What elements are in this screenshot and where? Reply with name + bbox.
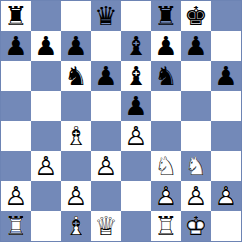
square-g1[interactable]: ♚♔: [181, 211, 211, 241]
piece-white-pawn[interactable]: ♟♙: [61, 181, 91, 211]
piece-white-pawn[interactable]: ♟♙: [181, 181, 211, 211]
square-c3[interactable]: [61, 151, 91, 181]
piece-white-pawn[interactable]: ♟♙: [31, 151, 61, 181]
square-e1[interactable]: [121, 211, 151, 241]
piece-white-pawn[interactable]: ♟♙: [1, 181, 31, 211]
square-d8[interactable]: ♛: [91, 1, 121, 31]
piece-black-pawn[interactable]: ♟: [31, 31, 61, 61]
square-h5[interactable]: [211, 91, 241, 121]
piece-outline-layer: ♖: [151, 211, 181, 241]
piece-outline-layer: ♕: [91, 211, 121, 241]
square-e3[interactable]: [121, 151, 151, 181]
square-e8[interactable]: [121, 1, 151, 31]
square-d6[interactable]: ♟: [91, 61, 121, 91]
square-d3[interactable]: ♟♙: [91, 151, 121, 181]
square-f5[interactable]: [151, 91, 181, 121]
square-b6[interactable]: [31, 61, 61, 91]
square-f2[interactable]: ♟♙: [151, 181, 181, 211]
piece-black-pawn[interactable]: ♟: [181, 31, 211, 61]
square-a6[interactable]: [1, 61, 31, 91]
piece-white-pawn[interactable]: ♟♙: [211, 181, 241, 211]
square-h7[interactable]: [211, 31, 241, 61]
square-b7[interactable]: ♟: [31, 31, 61, 61]
piece-outline-layer: ♙: [1, 181, 31, 211]
piece-white-queen[interactable]: ♛♕: [91, 211, 121, 241]
square-c2[interactable]: ♟♙: [61, 181, 91, 211]
square-h3[interactable]: [211, 151, 241, 181]
piece-outline-layer: ♖: [1, 211, 31, 241]
square-a1[interactable]: ♜♖: [1, 211, 31, 241]
square-d7[interactable]: [91, 31, 121, 61]
square-f7[interactable]: ♟: [151, 31, 181, 61]
square-e5[interactable]: ♟: [121, 91, 151, 121]
piece-black-queen[interactable]: ♛: [91, 1, 121, 31]
piece-white-pawn[interactable]: ♟♙: [151, 181, 181, 211]
square-g3[interactable]: ♞♘: [181, 151, 211, 181]
piece-black-knight[interactable]: ♞: [61, 61, 91, 91]
piece-outline-layer: ♙: [181, 181, 211, 211]
piece-outline-layer: ♗: [61, 211, 91, 241]
square-g5[interactable]: [181, 91, 211, 121]
square-g8[interactable]: ♚: [181, 1, 211, 31]
square-h8[interactable]: [211, 1, 241, 31]
piece-white-rook[interactable]: ♜♖: [151, 211, 181, 241]
square-g6[interactable]: [181, 61, 211, 91]
piece-outline-layer: ♙: [31, 151, 61, 181]
piece-outline-layer: ♙: [61, 181, 91, 211]
square-g7[interactable]: ♟: [181, 31, 211, 61]
piece-black-king[interactable]: ♚: [181, 1, 211, 31]
square-c7[interactable]: ♟: [61, 31, 91, 61]
piece-white-knight[interactable]: ♞♘: [151, 151, 181, 181]
piece-white-rook[interactable]: ♜♖: [1, 211, 31, 241]
square-b4[interactable]: [31, 121, 61, 151]
square-f6[interactable]: ♞: [151, 61, 181, 91]
square-d5[interactable]: [91, 91, 121, 121]
piece-black-bishop[interactable]: ♝: [121, 61, 151, 91]
piece-outline-layer: ♘: [151, 151, 181, 181]
square-c5[interactable]: [61, 91, 91, 121]
square-c8[interactable]: [61, 1, 91, 31]
piece-outline-layer: ♗: [61, 121, 91, 151]
piece-white-king[interactable]: ♚♔: [181, 211, 211, 241]
square-c4[interactable]: ♝♗: [61, 121, 91, 151]
piece-white-bishop[interactable]: ♝♗: [61, 211, 91, 241]
square-h4[interactable]: [211, 121, 241, 151]
square-a8[interactable]: ♜: [1, 1, 31, 31]
piece-black-rook[interactable]: ♜: [1, 1, 31, 31]
square-a3[interactable]: [1, 151, 31, 181]
square-b8[interactable]: [31, 1, 61, 31]
piece-white-pawn[interactable]: ♟♙: [121, 121, 151, 151]
square-d1[interactable]: ♛♕: [91, 211, 121, 241]
piece-black-pawn[interactable]: ♟: [61, 31, 91, 61]
piece-outline-layer: ♘: [181, 151, 211, 181]
square-a5[interactable]: [1, 91, 31, 121]
piece-black-pawn[interactable]: ♟: [121, 91, 151, 121]
piece-black-pawn[interactable]: ♟: [91, 61, 121, 91]
square-b5[interactable]: [31, 91, 61, 121]
square-h2[interactable]: ♟♙: [211, 181, 241, 211]
square-d4[interactable]: [91, 121, 121, 151]
square-f4[interactable]: [151, 121, 181, 151]
piece-black-pawn[interactable]: ♟: [211, 61, 241, 91]
square-e2[interactable]: [121, 181, 151, 211]
square-c1[interactable]: ♝♗: [61, 211, 91, 241]
piece-black-pawn[interactable]: ♟: [151, 31, 181, 61]
square-a2[interactable]: ♟♙: [1, 181, 31, 211]
square-g2[interactable]: ♟♙: [181, 181, 211, 211]
square-h6[interactable]: ♟: [211, 61, 241, 91]
piece-black-rook[interactable]: ♜: [151, 1, 181, 31]
square-b2[interactable]: [31, 181, 61, 211]
piece-outline-layer: ♔: [181, 211, 211, 241]
piece-outline-layer: ♙: [211, 181, 241, 211]
square-e7[interactable]: ♝: [121, 31, 151, 61]
square-f8[interactable]: ♜: [151, 1, 181, 31]
piece-white-pawn[interactable]: ♟♙: [91, 151, 121, 181]
piece-outline-layer: ♙: [121, 121, 151, 151]
square-b1[interactable]: [31, 211, 61, 241]
piece-outline-layer: ♙: [151, 181, 181, 211]
piece-black-bishop[interactable]: ♝: [121, 31, 151, 61]
square-a4[interactable]: [1, 121, 31, 151]
piece-outline-layer: ♙: [91, 151, 121, 181]
square-a7[interactable]: ♟: [1, 31, 31, 61]
square-b3[interactable]: ♟♙: [31, 151, 61, 181]
piece-black-pawn[interactable]: ♟: [1, 31, 31, 61]
square-c6[interactable]: ♞: [61, 61, 91, 91]
piece-white-knight[interactable]: ♞♘: [181, 151, 211, 181]
square-f3[interactable]: ♞♘: [151, 151, 181, 181]
piece-black-knight[interactable]: ♞: [151, 61, 181, 91]
square-f1[interactable]: ♜♖: [151, 211, 181, 241]
square-d2[interactable]: [91, 181, 121, 211]
square-e6[interactable]: ♝: [121, 61, 151, 91]
square-h1[interactable]: [211, 211, 241, 241]
chess-board: ♜♛♜♚♟♟♟♝♟♟♞♟♝♞♟♟♝♗♟♙♟♙♟♙♞♘♞♘♟♙♟♙♟♙♟♙♟♙♜♖…: [0, 0, 242, 242]
piece-white-bishop[interactable]: ♝♗: [61, 121, 91, 151]
square-e4[interactable]: ♟♙: [121, 121, 151, 151]
square-g4[interactable]: [181, 121, 211, 151]
